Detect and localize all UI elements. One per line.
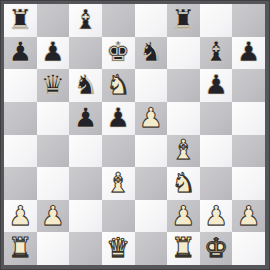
square-e7[interactable]: ♞ bbox=[135, 37, 168, 70]
square-d6[interactable]: ♞ bbox=[102, 69, 135, 102]
square-e8[interactable] bbox=[135, 4, 168, 37]
square-e4[interactable] bbox=[135, 135, 168, 168]
piece-black-bishop[interactable]: ♝ bbox=[204, 38, 228, 65]
square-b1[interactable] bbox=[37, 232, 70, 265]
square-b8[interactable] bbox=[37, 4, 70, 37]
square-d7[interactable]: ♚ bbox=[102, 37, 135, 70]
square-f2[interactable]: ♟ bbox=[167, 200, 200, 233]
piece-white-knight[interactable]: ♞ bbox=[106, 71, 130, 98]
square-h5[interactable] bbox=[232, 102, 265, 135]
square-g3[interactable] bbox=[200, 167, 233, 200]
square-c3[interactable] bbox=[69, 167, 102, 200]
square-d8[interactable] bbox=[102, 4, 135, 37]
square-a1[interactable]: ♜ bbox=[4, 232, 37, 265]
piece-white-queen[interactable]: ♛ bbox=[106, 234, 130, 261]
square-c2[interactable] bbox=[69, 200, 102, 233]
square-f1[interactable]: ♜ bbox=[167, 232, 200, 265]
piece-white-bishop[interactable]: ♝ bbox=[171, 136, 195, 163]
square-d3[interactable]: ♝ bbox=[102, 167, 135, 200]
piece-white-pawn[interactable]: ♟ bbox=[171, 202, 195, 229]
square-c4[interactable] bbox=[69, 135, 102, 168]
piece-white-pawn[interactable]: ♟ bbox=[204, 202, 228, 229]
square-f7[interactable] bbox=[167, 37, 200, 70]
piece-black-queen[interactable]: ♛ bbox=[41, 71, 65, 98]
square-f3[interactable]: ♞ bbox=[167, 167, 200, 200]
square-a3[interactable] bbox=[4, 167, 37, 200]
square-h6[interactable] bbox=[232, 69, 265, 102]
square-g5[interactable] bbox=[200, 102, 233, 135]
piece-black-bishop[interactable]: ♝ bbox=[73, 6, 97, 33]
piece-black-pawn[interactable]: ♟ bbox=[106, 104, 130, 131]
piece-white-pawn[interactable]: ♟ bbox=[139, 104, 163, 131]
piece-black-rook[interactable]: ♜ bbox=[171, 6, 195, 33]
square-f6[interactable] bbox=[167, 69, 200, 102]
square-b4[interactable] bbox=[37, 135, 70, 168]
piece-white-bishop[interactable]: ♝ bbox=[106, 169, 130, 196]
piece-black-knight[interactable]: ♞ bbox=[73, 71, 97, 98]
square-e6[interactable] bbox=[135, 69, 168, 102]
piece-white-king[interactable]: ♚ bbox=[204, 234, 228, 261]
piece-white-knight[interactable]: ♞ bbox=[171, 169, 195, 196]
square-d5[interactable]: ♟ bbox=[102, 102, 135, 135]
piece-black-knight[interactable]: ♞ bbox=[139, 38, 163, 65]
piece-black-pawn[interactable]: ♟ bbox=[73, 104, 97, 131]
board-frame: ♜♝♜♟♟♚♞♝♟♛♞♞♟♟♟♟♝♝♞♟♟♟♟♟♜♛♜♚ bbox=[0, 0, 270, 270]
square-h3[interactable] bbox=[232, 167, 265, 200]
square-b5[interactable] bbox=[37, 102, 70, 135]
piece-black-pawn[interactable]: ♟ bbox=[8, 38, 32, 65]
square-b6[interactable]: ♛ bbox=[37, 69, 70, 102]
square-f4[interactable]: ♝ bbox=[167, 135, 200, 168]
square-e3[interactable] bbox=[135, 167, 168, 200]
square-e2[interactable] bbox=[135, 200, 168, 233]
piece-black-king[interactable]: ♚ bbox=[106, 38, 130, 65]
piece-white-pawn[interactable]: ♟ bbox=[237, 202, 261, 229]
piece-black-pawn[interactable]: ♟ bbox=[41, 38, 65, 65]
square-g1[interactable]: ♚ bbox=[200, 232, 233, 265]
square-g8[interactable] bbox=[200, 4, 233, 37]
square-e5[interactable]: ♟ bbox=[135, 102, 168, 135]
square-c5[interactable]: ♟ bbox=[69, 102, 102, 135]
square-c1[interactable] bbox=[69, 232, 102, 265]
square-b3[interactable] bbox=[37, 167, 70, 200]
square-b2[interactable]: ♟ bbox=[37, 200, 70, 233]
piece-white-rook[interactable]: ♜ bbox=[171, 234, 195, 261]
piece-black-pawn[interactable]: ♟ bbox=[237, 38, 261, 65]
square-h1[interactable] bbox=[232, 232, 265, 265]
square-e1[interactable] bbox=[135, 232, 168, 265]
square-h8[interactable] bbox=[232, 4, 265, 37]
piece-white-pawn[interactable]: ♟ bbox=[41, 202, 65, 229]
square-c6[interactable]: ♞ bbox=[69, 69, 102, 102]
square-h4[interactable] bbox=[232, 135, 265, 168]
square-b7[interactable]: ♟ bbox=[37, 37, 70, 70]
square-a2[interactable]: ♟ bbox=[4, 200, 37, 233]
square-g6[interactable]: ♟ bbox=[200, 69, 233, 102]
square-g7[interactable]: ♝ bbox=[200, 37, 233, 70]
piece-black-rook[interactable]: ♜ bbox=[8, 6, 32, 33]
square-g2[interactable]: ♟ bbox=[200, 200, 233, 233]
piece-white-rook[interactable]: ♜ bbox=[8, 234, 32, 261]
square-c8[interactable]: ♝ bbox=[69, 4, 102, 37]
square-a5[interactable] bbox=[4, 102, 37, 135]
square-a7[interactable]: ♟ bbox=[4, 37, 37, 70]
square-f5[interactable] bbox=[167, 102, 200, 135]
chess-board: ♜♝♜♟♟♚♞♝♟♛♞♞♟♟♟♟♝♝♞♟♟♟♟♟♜♛♜♚ bbox=[4, 4, 265, 265]
piece-white-pawn[interactable]: ♟ bbox=[8, 202, 32, 229]
square-a4[interactable] bbox=[4, 135, 37, 168]
piece-black-pawn[interactable]: ♟ bbox=[204, 71, 228, 98]
square-g4[interactable] bbox=[200, 135, 233, 168]
square-a6[interactable] bbox=[4, 69, 37, 102]
square-a8[interactable]: ♜ bbox=[4, 4, 37, 37]
square-d1[interactable]: ♛ bbox=[102, 232, 135, 265]
square-c7[interactable] bbox=[69, 37, 102, 70]
square-d4[interactable] bbox=[102, 135, 135, 168]
square-h2[interactable]: ♟ bbox=[232, 200, 265, 233]
square-f8[interactable]: ♜ bbox=[167, 4, 200, 37]
square-h7[interactable]: ♟ bbox=[232, 37, 265, 70]
square-d2[interactable] bbox=[102, 200, 135, 233]
